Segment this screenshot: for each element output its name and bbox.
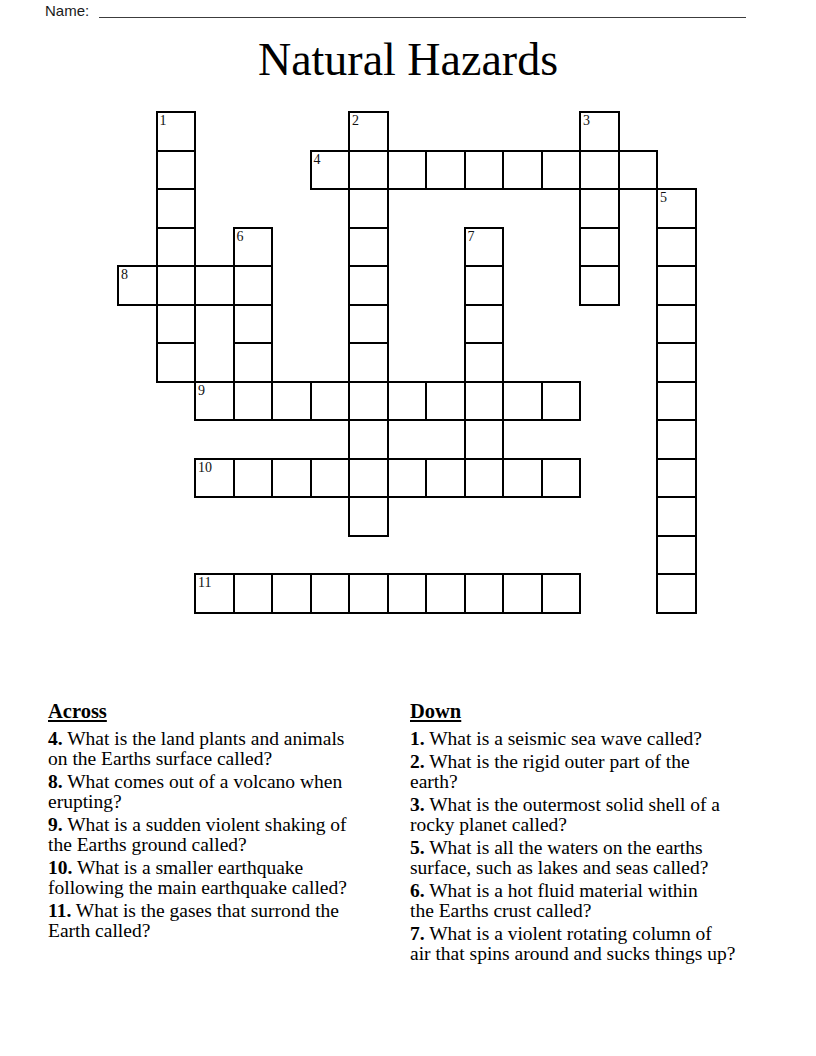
- grid-cell-r1c10[interactable]: [502, 150, 543, 191]
- grid-cell-r3c1[interactable]: [156, 227, 197, 268]
- grid-cell-r4c2[interactable]: [194, 265, 235, 306]
- cell-number-9: 9: [198, 383, 205, 398]
- grid-cell-r4c12[interactable]: [579, 265, 620, 306]
- clue-across-11-line-2: Earth called?: [48, 921, 398, 941]
- grid-cell-r12c4[interactable]: [271, 573, 312, 614]
- clue-number-label: 5.: [410, 837, 425, 858]
- clue-down-2-line-1: 2. What is the rigid outer part of the: [410, 752, 800, 772]
- grid-cell-r1c9[interactable]: [464, 150, 505, 191]
- clue-number-label: 4.: [48, 728, 63, 749]
- clue-down-7: 7. What is a violent rotating column ofa…: [410, 924, 800, 964]
- grid-cell-r2c1[interactable]: [156, 188, 197, 229]
- grid-cell-r0c6[interactable]: 2: [348, 111, 389, 152]
- crossword-grid: 1234567891011: [117, 111, 697, 614]
- grid-cell-r6c1[interactable]: [156, 342, 197, 383]
- clue-across-10: 10. What is a smaller earthquakefollowin…: [48, 858, 398, 898]
- grid-cell-r7c14[interactable]: [656, 381, 697, 422]
- name-blank-line: [99, 17, 746, 18]
- grid-cell-r3c12[interactable]: [579, 227, 620, 268]
- clue-number-label: 1.: [410, 728, 425, 749]
- grid-cell-r1c13[interactable]: [618, 150, 659, 191]
- grid-cell-r12c5[interactable]: [310, 573, 351, 614]
- across-clues-list: 4. What is the land plants and animalson…: [48, 729, 398, 941]
- grid-cell-r4c6[interactable]: [348, 265, 389, 306]
- grid-cell-r5c9[interactable]: [464, 304, 505, 345]
- cell-number-8: 8: [121, 267, 128, 282]
- grid-cell-r8c6[interactable]: [348, 419, 389, 460]
- clue-number-label: 10.: [48, 857, 72, 878]
- grid-cell-r7c5[interactable]: [310, 381, 351, 422]
- grid-cell-r5c14[interactable]: [656, 304, 697, 345]
- clue-down-3: 3. What is the outermost solid shell of …: [410, 795, 800, 835]
- across-header: Across: [48, 700, 398, 722]
- clue-down-2-line-2: earth?: [410, 772, 800, 792]
- clue-down-6: 6. What is a hot fluid material withinth…: [410, 881, 800, 921]
- clue-across-4: 4. What is the land plants and animalson…: [48, 729, 398, 769]
- grid-cell-r11c14[interactable]: [656, 535, 697, 576]
- grid-cell-r4c3[interactable]: [233, 265, 274, 306]
- clue-down-5-line-2: surface, such as lakes and seas called?: [410, 858, 800, 878]
- grid-cell-r9c14[interactable]: [656, 458, 697, 499]
- grid-cell-r7c3[interactable]: [233, 381, 274, 422]
- grid-cell-r1c11[interactable]: [541, 150, 582, 191]
- grid-cell-r12c9[interactable]: [464, 573, 505, 614]
- clue-number-label: 11.: [48, 900, 71, 921]
- name-label: Name:: [45, 2, 89, 19]
- down-clues-list: 1. What is a seismic sea wave called?2. …: [410, 729, 800, 964]
- grid-cell-r3c9[interactable]: 7: [464, 227, 505, 268]
- page-title: Natural Hazards: [0, 33, 816, 87]
- grid-cell-r9c8[interactable]: [425, 458, 466, 499]
- grid-cell-r6c6[interactable]: [348, 342, 389, 383]
- grid-cell-r9c4[interactable]: [271, 458, 312, 499]
- clue-across-9-line-1: 9. What is a sudden violent shaking of: [48, 815, 398, 835]
- grid-cell-r1c5[interactable]: 4: [310, 150, 351, 191]
- grid-cell-r9c9[interactable]: [464, 458, 505, 499]
- grid-cell-r0c1[interactable]: 1: [156, 111, 197, 152]
- grid-cell-r12c8[interactable]: [425, 573, 466, 614]
- grid-cell-r12c6[interactable]: [348, 573, 389, 614]
- grid-cell-r2c6[interactable]: [348, 188, 389, 229]
- clue-across-11: 11. What is the gases that surrond theEa…: [48, 901, 398, 941]
- down-clues-section: Down 1. What is a seismic sea wave calle…: [410, 700, 800, 967]
- clue-down-3-line-1: 3. What is the outermost solid shell of …: [410, 795, 800, 815]
- grid-cell-r12c14[interactable]: [656, 573, 697, 614]
- clue-number-label: 6.: [410, 880, 425, 901]
- grid-cell-r12c10[interactable]: [502, 573, 543, 614]
- clue-down-7-line-2: air that spins around and sucks things u…: [410, 944, 800, 964]
- clue-across-9: 9. What is a sudden violent shaking ofth…: [48, 815, 398, 855]
- grid-cell-r9c2[interactable]: 10: [194, 458, 235, 499]
- grid-cell-r12c11[interactable]: [541, 573, 582, 614]
- clue-down-1: 1. What is a seismic sea wave called?: [410, 729, 800, 749]
- down-header: Down: [410, 700, 800, 722]
- grid-cell-r10c6[interactable]: [348, 496, 389, 537]
- clue-down-6-line-2: the Earths crust called?: [410, 901, 800, 921]
- grid-cell-r4c9[interactable]: [464, 265, 505, 306]
- cell-number-3: 3: [583, 113, 590, 128]
- cell-number-2: 2: [352, 113, 359, 128]
- grid-cell-r4c14[interactable]: [656, 265, 697, 306]
- crossword-worksheet: { "game": "crossword", "title": "Natural…: [0, 0, 816, 1056]
- grid-cell-r4c1[interactable]: [156, 265, 197, 306]
- grid-cell-r7c4[interactable]: [271, 381, 312, 422]
- grid-cell-r9c3[interactable]: [233, 458, 274, 499]
- clue-down-1-line-1: 1. What is a seismic sea wave called?: [410, 729, 800, 749]
- grid-cell-r5c6[interactable]: [348, 304, 389, 345]
- grid-cell-r6c14[interactable]: [656, 342, 697, 383]
- grid-cell-r8c9[interactable]: [464, 419, 505, 460]
- grid-cell-r1c1[interactable]: [156, 150, 197, 191]
- clue-across-8: 8. What comes out of a volcano whenerupt…: [48, 772, 398, 812]
- grid-cell-r7c10[interactable]: [502, 381, 543, 422]
- grid-cell-r7c11[interactable]: [541, 381, 582, 422]
- grid-cell-r7c7[interactable]: [387, 381, 428, 422]
- grid-cell-r5c1[interactable]: [156, 304, 197, 345]
- grid-cell-r1c12[interactable]: [579, 150, 620, 191]
- grid-cell-r1c6[interactable]: [348, 150, 389, 191]
- grid-cell-r12c2[interactable]: 11: [194, 573, 235, 614]
- grid-cell-r3c14[interactable]: [656, 227, 697, 268]
- grid-cell-r4c0[interactable]: 8: [117, 265, 158, 306]
- clue-across-8-line-1: 8. What comes out of a volcano when: [48, 772, 398, 792]
- clue-across-4-line-1: 4. What is the land plants and animals: [48, 729, 398, 749]
- clue-down-3-line-2: rocky planet called?: [410, 815, 800, 835]
- grid-cell-r3c3[interactable]: 6: [233, 227, 274, 268]
- cell-number-4: 4: [314, 152, 321, 167]
- grid-cell-r9c10[interactable]: [502, 458, 543, 499]
- grid-cell-r3c6[interactable]: [348, 227, 389, 268]
- grid-cell-r5c3[interactable]: [233, 304, 274, 345]
- grid-cell-r7c6[interactable]: [348, 381, 389, 422]
- clue-number-label: 8.: [48, 771, 63, 792]
- grid-cell-r9c7[interactable]: [387, 458, 428, 499]
- clue-down-2: 2. What is the rigid outer part of theea…: [410, 752, 800, 792]
- grid-cell-r1c7[interactable]: [387, 150, 428, 191]
- clue-down-6-line-1: 6. What is a hot fluid material within: [410, 881, 800, 901]
- cell-number-7: 7: [468, 229, 475, 244]
- grid-cell-r7c8[interactable]: [425, 381, 466, 422]
- grid-cell-r1c8[interactable]: [425, 150, 466, 191]
- grid-cell-r12c7[interactable]: [387, 573, 428, 614]
- grid-cell-r9c11[interactable]: [541, 458, 582, 499]
- grid-cell-r6c3[interactable]: [233, 342, 274, 383]
- grid-cell-r9c6[interactable]: [348, 458, 389, 499]
- grid-cell-r8c14[interactable]: [656, 419, 697, 460]
- clue-across-10-line-1: 10. What is a smaller earthquake: [48, 858, 398, 878]
- grid-cell-r0c12[interactable]: 3: [579, 111, 620, 152]
- clue-across-9-line-2: the Earths ground called?: [48, 835, 398, 855]
- grid-cell-r2c14[interactable]: 5: [656, 188, 697, 229]
- clue-number-label: 2.: [410, 751, 425, 772]
- clue-across-8-line-2: erupting?: [48, 792, 398, 812]
- grid-cell-r6c9[interactable]: [464, 342, 505, 383]
- clue-number-label: 3.: [410, 794, 425, 815]
- clue-across-10-line-2: following the main earthquake called?: [48, 878, 398, 898]
- clue-across-4-line-2: on the Earths surface called?: [48, 749, 398, 769]
- cell-number-11: 11: [198, 575, 211, 590]
- clue-down-5-line-1: 5. What is all the waters on the earths: [410, 838, 800, 858]
- cell-number-10: 10: [198, 460, 212, 475]
- cell-number-1: 1: [160, 113, 167, 128]
- clue-number-label: 7.: [410, 923, 425, 944]
- across-clues-section: Across 4. What is the land plants and an…: [48, 700, 398, 944]
- clue-number-label: 9.: [48, 814, 63, 835]
- grid-cell-r9c5[interactable]: [310, 458, 351, 499]
- cell-number-5: 5: [660, 190, 667, 205]
- clue-down-5: 5. What is all the waters on the earthss…: [410, 838, 800, 878]
- grid-cell-r2c12[interactable]: [579, 188, 620, 229]
- clue-across-11-line-1: 11. What is the gases that surrond the: [48, 901, 398, 921]
- grid-cell-r12c3[interactable]: [233, 573, 274, 614]
- name-row: Name:: [45, 2, 89, 20]
- grid-cell-r7c9[interactable]: [464, 381, 505, 422]
- grid-cell-r7c2[interactable]: 9: [194, 381, 235, 422]
- grid-cell-r10c14[interactable]: [656, 496, 697, 537]
- clue-down-7-line-1: 7. What is a violent rotating column of: [410, 924, 800, 944]
- cell-number-6: 6: [237, 229, 244, 244]
